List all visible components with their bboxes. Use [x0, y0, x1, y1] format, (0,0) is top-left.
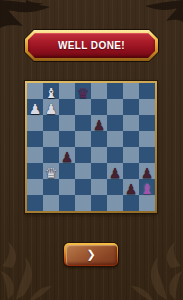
- square-d4[interactable]: [75, 147, 91, 163]
- next-button-frame: ❯: [64, 243, 118, 266]
- square-f5[interactable]: [107, 131, 123, 147]
- square-d2[interactable]: [75, 179, 91, 195]
- square-c6[interactable]: [59, 115, 75, 131]
- square-a1[interactable]: [27, 195, 43, 211]
- square-b5[interactable]: [43, 131, 59, 147]
- square-e2[interactable]: [91, 179, 107, 195]
- app-screen: WELL DONE! ♝♛♟♟♟♟♛♟♟♟♝ ❯: [0, 0, 183, 300]
- square-h2[interactable]: ♝: [139, 179, 155, 195]
- banner-text: WELL DONE!: [58, 40, 125, 51]
- square-a6[interactable]: [27, 115, 43, 131]
- square-d8[interactable]: ♛: [75, 83, 91, 99]
- board-frame: ♝♛♟♟♟♟♛♟♟♟♝: [25, 81, 157, 213]
- square-c3[interactable]: [59, 163, 75, 179]
- piece-black-bishop[interactable]: ♝: [141, 181, 154, 197]
- square-b2[interactable]: [43, 179, 59, 195]
- square-g6[interactable]: [123, 115, 139, 131]
- square-b8[interactable]: ♝: [43, 83, 59, 99]
- square-h8[interactable]: [139, 83, 155, 99]
- square-g5[interactable]: [123, 131, 139, 147]
- piece-black-pawn[interactable]: ♟: [141, 165, 154, 181]
- square-c7[interactable]: [59, 99, 75, 115]
- square-b3[interactable]: ♛: [43, 163, 59, 179]
- square-g4[interactable]: [123, 147, 139, 163]
- piece-white-pawn[interactable]: ♟: [45, 101, 58, 117]
- square-b6[interactable]: [43, 115, 59, 131]
- square-e4[interactable]: [91, 147, 107, 163]
- square-e8[interactable]: [91, 83, 107, 99]
- piece-black-pawn[interactable]: ♟: [109, 165, 122, 181]
- corner-ornament-top-left: [0, 0, 52, 30]
- square-b7[interactable]: ♟: [43, 99, 59, 115]
- next-button[interactable]: ❯: [66, 245, 117, 265]
- piece-black-pawn[interactable]: ♟: [61, 149, 74, 165]
- square-e5[interactable]: [91, 131, 107, 147]
- square-h6[interactable]: [139, 115, 155, 131]
- piece-black-pawn[interactable]: ♟: [125, 181, 138, 197]
- square-g8[interactable]: [123, 83, 139, 99]
- square-f7[interactable]: [107, 99, 123, 115]
- piece-black-queen[interactable]: ♛: [77, 85, 90, 101]
- chess-board: ♝♛♟♟♟♟♛♟♟♟♝: [27, 83, 155, 211]
- square-h3[interactable]: ♟: [139, 163, 155, 179]
- square-e6[interactable]: ♟: [91, 115, 107, 131]
- square-e7[interactable]: [91, 99, 107, 115]
- square-e3[interactable]: [91, 163, 107, 179]
- square-f2[interactable]: [107, 179, 123, 195]
- chevron-right-icon: ❯: [86, 249, 95, 260]
- square-g1[interactable]: [123, 195, 139, 211]
- square-f6[interactable]: [107, 115, 123, 131]
- square-h1[interactable]: [139, 195, 155, 211]
- square-h7[interactable]: [139, 99, 155, 115]
- square-a7[interactable]: ♟: [27, 99, 43, 115]
- square-g2[interactable]: ♟: [123, 179, 139, 195]
- square-c4[interactable]: ♟: [59, 147, 75, 163]
- piece-black-pawn[interactable]: ♟: [93, 117, 106, 133]
- square-d6[interactable]: [75, 115, 91, 131]
- square-c1[interactable]: [59, 195, 75, 211]
- square-c8[interactable]: [59, 83, 75, 99]
- square-f8[interactable]: [107, 83, 123, 99]
- corner-ornament-bottom-right: [125, 234, 183, 300]
- square-f1[interactable]: [107, 195, 123, 211]
- square-c2[interactable]: [59, 179, 75, 195]
- square-f4[interactable]: [107, 147, 123, 163]
- square-d5[interactable]: [75, 131, 91, 147]
- square-b1[interactable]: [43, 195, 59, 211]
- banner-gold-frame: WELL DONE!: [25, 30, 158, 61]
- square-a5[interactable]: [27, 131, 43, 147]
- square-b4[interactable]: [43, 147, 59, 163]
- corner-ornament-top-right: [143, 0, 183, 26]
- square-h4[interactable]: [139, 147, 155, 163]
- piece-white-queen[interactable]: ♛: [45, 165, 58, 181]
- square-a8[interactable]: [27, 83, 43, 99]
- square-f3[interactable]: ♟: [107, 163, 123, 179]
- square-h5[interactable]: [139, 131, 155, 147]
- corner-ornament-bottom-left: [0, 234, 58, 300]
- square-a3[interactable]: [27, 163, 43, 179]
- banner-red-panel: WELL DONE!: [28, 33, 155, 58]
- well-done-banner: WELL DONE!: [24, 29, 159, 62]
- square-g7[interactable]: [123, 99, 139, 115]
- piece-white-pawn[interactable]: ♟: [29, 101, 42, 117]
- square-a2[interactable]: [27, 179, 43, 195]
- square-d3[interactable]: [75, 163, 91, 179]
- square-d1[interactable]: [75, 195, 91, 211]
- square-d7[interactable]: [75, 99, 91, 115]
- square-e1[interactable]: [91, 195, 107, 211]
- square-g3[interactable]: [123, 163, 139, 179]
- piece-white-bishop[interactable]: ♝: [45, 85, 58, 101]
- square-c5[interactable]: [59, 131, 75, 147]
- square-a4[interactable]: [27, 147, 43, 163]
